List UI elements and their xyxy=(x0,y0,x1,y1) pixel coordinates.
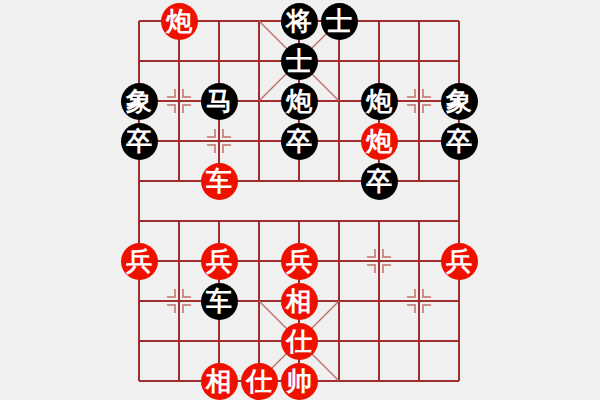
red-soldier[interactable]: 兵 xyxy=(441,243,478,280)
piece-label: 士 xyxy=(326,8,352,34)
red-advisor[interactable]: 仕 xyxy=(241,363,278,400)
black-chariot[interactable]: 车 xyxy=(201,283,238,320)
piece-label: 将 xyxy=(286,8,312,34)
black-advisor[interactable]: 士 xyxy=(321,3,358,40)
black-soldier[interactable]: 卒 xyxy=(121,123,158,160)
pieces-layer: 炮将士士象马炮炮象卒卒炮卒车卒兵兵兵兵车相仕相仕帅 xyxy=(0,0,600,400)
red-elephant[interactable]: 相 xyxy=(201,363,238,400)
red-cannon[interactable]: 炮 xyxy=(161,3,198,40)
piece-label: 象 xyxy=(446,88,472,114)
black-general[interactable]: 将 xyxy=(281,3,318,40)
piece-label: 卒 xyxy=(446,128,472,154)
piece-label: 车 xyxy=(206,168,232,194)
piece-label: 相 xyxy=(206,368,232,394)
red-chariot[interactable]: 车 xyxy=(201,163,238,200)
black-cannon[interactable]: 炮 xyxy=(361,83,398,120)
black-horse[interactable]: 马 xyxy=(201,83,238,120)
piece-label: 兵 xyxy=(286,248,312,274)
piece-label: 帅 xyxy=(286,368,312,394)
red-advisor[interactable]: 仕 xyxy=(281,323,318,360)
xiangqi-board[interactable]: 炮将士士象马炮炮象卒卒炮卒车卒兵兵兵兵车相仕相仕帅 xyxy=(0,0,600,400)
piece-label: 兵 xyxy=(206,248,232,274)
piece-label: 象 xyxy=(126,88,152,114)
piece-label: 车 xyxy=(206,288,232,314)
piece-label: 兵 xyxy=(446,248,472,274)
piece-label: 士 xyxy=(286,48,312,74)
red-soldier[interactable]: 兵 xyxy=(281,243,318,280)
piece-label: 马 xyxy=(206,88,232,114)
piece-label: 炮 xyxy=(166,8,192,34)
piece-label: 相 xyxy=(286,288,312,314)
black-cannon[interactable]: 炮 xyxy=(281,83,318,120)
black-advisor[interactable]: 士 xyxy=(281,43,318,80)
piece-label: 兵 xyxy=(126,248,152,274)
piece-label: 卒 xyxy=(126,128,152,154)
red-general[interactable]: 帅 xyxy=(281,363,318,400)
piece-label: 仕 xyxy=(246,368,272,394)
piece-label: 炮 xyxy=(366,128,392,154)
piece-label: 卒 xyxy=(366,168,392,194)
xiangqi-screenshot: 炮将士士象马炮炮象卒卒炮卒车卒兵兵兵兵车相仕相仕帅 xyxy=(0,0,600,400)
red-soldier[interactable]: 兵 xyxy=(121,243,158,280)
black-elephant[interactable]: 象 xyxy=(441,83,478,120)
black-soldier[interactable]: 卒 xyxy=(441,123,478,160)
black-soldier[interactable]: 卒 xyxy=(361,163,398,200)
red-soldier[interactable]: 兵 xyxy=(201,243,238,280)
red-elephant[interactable]: 相 xyxy=(281,283,318,320)
piece-label: 炮 xyxy=(366,88,392,114)
red-cannon[interactable]: 炮 xyxy=(361,123,398,160)
black-elephant[interactable]: 象 xyxy=(121,83,158,120)
piece-label: 卒 xyxy=(286,128,312,154)
black-soldier[interactable]: 卒 xyxy=(281,123,318,160)
piece-label: 仕 xyxy=(286,328,312,354)
piece-label: 炮 xyxy=(286,88,312,114)
